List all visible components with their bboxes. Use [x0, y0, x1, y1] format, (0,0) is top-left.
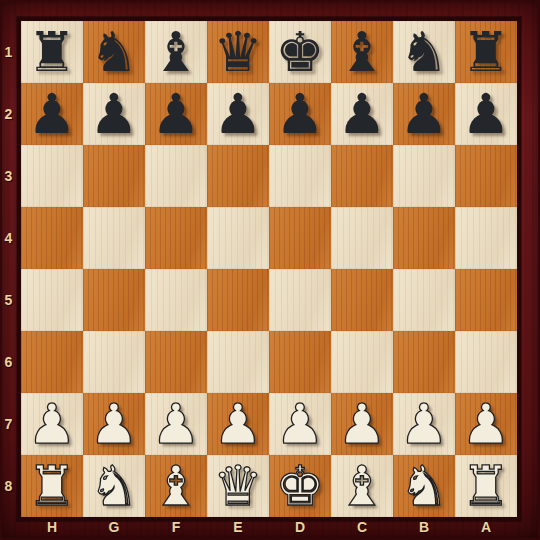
file-labels: HGFEDCBA: [21, 517, 517, 536]
white-king-piece: ♚: [275, 455, 324, 517]
square-h8[interactable]: ♜: [21, 455, 83, 517]
square-c4[interactable]: [331, 207, 393, 269]
square-g1[interactable]: ♞: [83, 21, 145, 83]
rank-label-6: 6: [0, 331, 17, 393]
white-knight-piece: ♞: [89, 455, 138, 517]
rank-label-4: 4: [0, 207, 17, 269]
black-pawn-piece: ♟: [27, 83, 76, 145]
rank-labels: 12345678: [0, 21, 17, 517]
file-label-f: F: [145, 517, 207, 536]
file-label-a: A: [455, 517, 517, 536]
rank-label-1: 1: [0, 21, 17, 83]
square-g4[interactable]: [83, 207, 145, 269]
square-b3[interactable]: [393, 145, 455, 207]
black-king-piece: ♚: [275, 21, 324, 83]
black-pawn-piece: ♟: [275, 83, 324, 145]
file-label-h: H: [21, 517, 83, 536]
file-label-b: B: [393, 517, 455, 536]
square-d7[interactable]: ♟: [269, 393, 331, 455]
white-pawn-piece: ♟: [213, 393, 262, 455]
square-g6[interactable]: [83, 331, 145, 393]
square-h4[interactable]: [21, 207, 83, 269]
chess-app-window: ♜♞♝♛♚♝♞♜♟♟♟♟♟♟♟♟♟♟♟♟♟♟♟♟♜♞♝♛♚♝♞♜ 1234567…: [0, 0, 540, 540]
file-label-e: E: [207, 517, 269, 536]
square-c1[interactable]: ♝: [331, 21, 393, 83]
square-d6[interactable]: [269, 331, 331, 393]
white-rook-piece: ♜: [461, 455, 510, 517]
square-f5[interactable]: [145, 269, 207, 331]
black-pawn-piece: ♟: [461, 83, 510, 145]
square-f1[interactable]: ♝: [145, 21, 207, 83]
square-f2[interactable]: ♟: [145, 83, 207, 145]
square-b2[interactable]: ♟: [393, 83, 455, 145]
square-h2[interactable]: ♟: [21, 83, 83, 145]
square-d3[interactable]: [269, 145, 331, 207]
square-e7[interactable]: ♟: [207, 393, 269, 455]
square-e5[interactable]: [207, 269, 269, 331]
square-c2[interactable]: ♟: [331, 83, 393, 145]
black-bishop-piece: ♝: [337, 21, 386, 83]
square-a7[interactable]: ♟: [455, 393, 517, 455]
chess-board: ♜♞♝♛♚♝♞♜♟♟♟♟♟♟♟♟♟♟♟♟♟♟♟♟♜♞♝♛♚♝♞♜: [17, 17, 521, 521]
square-a2[interactable]: ♟: [455, 83, 517, 145]
square-f4[interactable]: [145, 207, 207, 269]
rank-label-2: 2: [0, 83, 17, 145]
square-h1[interactable]: ♜: [21, 21, 83, 83]
white-pawn-piece: ♟: [275, 393, 324, 455]
square-a5[interactable]: [455, 269, 517, 331]
black-pawn-piece: ♟: [337, 83, 386, 145]
white-pawn-piece: ♟: [461, 393, 510, 455]
white-pawn-piece: ♟: [27, 393, 76, 455]
square-c6[interactable]: [331, 331, 393, 393]
square-e2[interactable]: ♟: [207, 83, 269, 145]
white-pawn-piece: ♟: [337, 393, 386, 455]
white-queen-piece: ♛: [213, 455, 262, 517]
black-pawn-piece: ♟: [213, 83, 262, 145]
square-a4[interactable]: [455, 207, 517, 269]
square-g8[interactable]: ♞: [83, 455, 145, 517]
square-h5[interactable]: [21, 269, 83, 331]
square-e4[interactable]: [207, 207, 269, 269]
square-g7[interactable]: ♟: [83, 393, 145, 455]
square-d8[interactable]: ♚: [269, 455, 331, 517]
square-f7[interactable]: ♟: [145, 393, 207, 455]
square-f8[interactable]: ♝: [145, 455, 207, 517]
rank-label-8: 8: [0, 455, 17, 517]
square-a1[interactable]: ♜: [455, 21, 517, 83]
white-knight-piece: ♞: [399, 455, 448, 517]
square-c8[interactable]: ♝: [331, 455, 393, 517]
black-queen-piece: ♛: [213, 21, 262, 83]
black-pawn-piece: ♟: [399, 83, 448, 145]
square-f6[interactable]: [145, 331, 207, 393]
black-bishop-piece: ♝: [151, 21, 200, 83]
black-pawn-piece: ♟: [89, 83, 138, 145]
file-label-g: G: [83, 517, 145, 536]
square-b1[interactable]: ♞: [393, 21, 455, 83]
square-e8[interactable]: ♛: [207, 455, 269, 517]
black-knight-piece: ♞: [89, 21, 138, 83]
square-f3[interactable]: [145, 145, 207, 207]
white-pawn-piece: ♟: [89, 393, 138, 455]
square-h7[interactable]: ♟: [21, 393, 83, 455]
square-d2[interactable]: ♟: [269, 83, 331, 145]
square-d1[interactable]: ♚: [269, 21, 331, 83]
square-g2[interactable]: ♟: [83, 83, 145, 145]
square-c5[interactable]: [331, 269, 393, 331]
square-g3[interactable]: [83, 145, 145, 207]
square-e6[interactable]: [207, 331, 269, 393]
square-a6[interactable]: [455, 331, 517, 393]
rank-label-5: 5: [0, 269, 17, 331]
black-knight-piece: ♞: [399, 21, 448, 83]
square-b4[interactable]: [393, 207, 455, 269]
white-bishop-piece: ♝: [337, 455, 386, 517]
square-b8[interactable]: ♞: [393, 455, 455, 517]
black-rook-piece: ♜: [461, 21, 510, 83]
square-g5[interactable]: [83, 269, 145, 331]
white-bishop-piece: ♝: [151, 455, 200, 517]
square-e1[interactable]: ♛: [207, 21, 269, 83]
square-b7[interactable]: ♟: [393, 393, 455, 455]
square-c7[interactable]: ♟: [331, 393, 393, 455]
square-h3[interactable]: [21, 145, 83, 207]
white-pawn-piece: ♟: [399, 393, 448, 455]
black-rook-piece: ♜: [27, 21, 76, 83]
rank-label-7: 7: [0, 393, 17, 455]
rank-label-3: 3: [0, 145, 17, 207]
square-c3[interactable]: [331, 145, 393, 207]
file-label-d: D: [269, 517, 331, 536]
square-d4[interactable]: [269, 207, 331, 269]
black-pawn-piece: ♟: [151, 83, 200, 145]
square-e3[interactable]: [207, 145, 269, 207]
square-a8[interactable]: ♜: [455, 455, 517, 517]
square-a3[interactable]: [455, 145, 517, 207]
square-h6[interactable]: [21, 331, 83, 393]
white-rook-piece: ♜: [27, 455, 76, 517]
square-b5[interactable]: [393, 269, 455, 331]
white-pawn-piece: ♟: [151, 393, 200, 455]
square-d5[interactable]: [269, 269, 331, 331]
square-b6[interactable]: [393, 331, 455, 393]
file-label-c: C: [331, 517, 393, 536]
